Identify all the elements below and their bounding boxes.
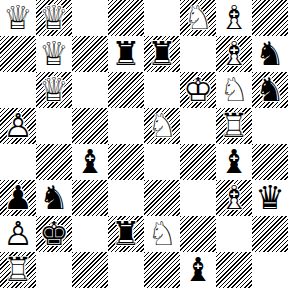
square-a1[interactable]: ♜♖ [0,252,36,288]
white-piece-outline-glyph: ♕ [36,36,72,72]
square-e3[interactable] [144,180,180,216]
square-c6[interactable] [72,72,108,108]
square-a6[interactable] [0,72,36,108]
square-b2[interactable]: ♚ [36,216,72,252]
square-f5[interactable] [180,108,216,144]
piece-g7-white-bishop: ♝♗ [216,36,252,72]
black-piece-glyph: ♟ [0,180,36,216]
white-piece-outline-glyph: ♗ [216,180,252,216]
piece-f1-black-bishop: ♝ [180,252,216,288]
square-d3[interactable] [108,180,144,216]
square-e4[interactable] [144,144,180,180]
piece-b6-white-queen: ♛♕ [36,72,72,108]
square-h4[interactable] [252,144,288,180]
piece-f6-white-king: ♚♔ [180,72,216,108]
black-piece-glyph: ♞ [36,180,72,216]
square-e8[interactable] [144,0,180,36]
square-e1[interactable] [144,252,180,288]
black-piece-glyph: ♚ [36,216,72,252]
white-piece-outline-glyph: ♗ [216,36,252,72]
chess-board: ♛♕♛♕♞♘♝♗♛♕♜♜♝♗♞♛♕♚♔♞♘♞♟♙♞♘♜♖♝♝♟♞♝♗♛♟♙♚♜♞… [0,0,288,288]
square-d7[interactable]: ♜ [108,36,144,72]
square-f2[interactable] [180,216,216,252]
square-h5[interactable] [252,108,288,144]
white-piece-outline-glyph: ♘ [216,72,252,108]
square-f1[interactable]: ♝ [180,252,216,288]
white-piece-outline-glyph: ♙ [0,108,36,144]
square-b5[interactable] [36,108,72,144]
piece-a3-black-pawn: ♟ [0,180,36,216]
square-b8[interactable]: ♛♕ [36,0,72,36]
square-g6[interactable]: ♞♘ [216,72,252,108]
square-a2[interactable]: ♟♙ [0,216,36,252]
square-e7[interactable]: ♜ [144,36,180,72]
square-e2[interactable]: ♞♘ [144,216,180,252]
square-g8[interactable]: ♝♗ [216,0,252,36]
black-piece-glyph: ♞ [252,72,288,108]
square-a8[interactable]: ♛♕ [0,0,36,36]
square-g4[interactable]: ♝ [216,144,252,180]
piece-d2-black-rook: ♜ [108,216,144,252]
black-piece-glyph: ♜ [108,216,144,252]
square-g7[interactable]: ♝♗ [216,36,252,72]
square-b7[interactable]: ♛♕ [36,36,72,72]
black-piece-glyph: ♝ [180,252,216,288]
square-c8[interactable] [72,0,108,36]
square-h6[interactable]: ♞ [252,72,288,108]
square-g5[interactable]: ♜♖ [216,108,252,144]
square-d4[interactable] [108,144,144,180]
black-piece-glyph: ♝ [216,144,252,180]
square-c3[interactable] [72,180,108,216]
square-h2[interactable] [252,216,288,252]
white-piece-outline-glyph: ♔ [180,72,216,108]
square-g3[interactable]: ♝♗ [216,180,252,216]
square-c4[interactable]: ♝ [72,144,108,180]
square-b6[interactable]: ♛♕ [36,72,72,108]
piece-g6-white-knight: ♞♘ [216,72,252,108]
square-a4[interactable] [0,144,36,180]
square-a5[interactable]: ♟♙ [0,108,36,144]
square-e6[interactable] [144,72,180,108]
square-c5[interactable] [72,108,108,144]
square-a3[interactable]: ♟ [0,180,36,216]
piece-f8-white-knight: ♞♘ [180,0,216,36]
square-b3[interactable]: ♞ [36,180,72,216]
square-b1[interactable] [36,252,72,288]
piece-h6-black-knight: ♞ [252,72,288,108]
square-h3[interactable]: ♛ [252,180,288,216]
square-d2[interactable]: ♜ [108,216,144,252]
piece-a8-white-queen: ♛♕ [0,0,36,36]
black-piece-glyph: ♝ [72,144,108,180]
black-piece-glyph: ♜ [108,36,144,72]
square-e5[interactable]: ♞♘ [144,108,180,144]
piece-e5-white-knight: ♞♘ [144,108,180,144]
square-f7[interactable] [180,36,216,72]
square-f6[interactable]: ♚♔ [180,72,216,108]
piece-c4-black-bishop: ♝ [72,144,108,180]
piece-b7-white-queen: ♛♕ [36,36,72,72]
square-h8[interactable] [252,0,288,36]
square-d8[interactable] [108,0,144,36]
white-piece-outline-glyph: ♘ [144,108,180,144]
piece-a2-white-pawn: ♟♙ [0,216,36,252]
square-f8[interactable]: ♞♘ [180,0,216,36]
piece-e2-white-knight: ♞♘ [144,216,180,252]
piece-b8-white-queen: ♛♕ [36,0,72,36]
square-d1[interactable] [108,252,144,288]
square-d5[interactable] [108,108,144,144]
white-piece-outline-glyph: ♖ [216,108,252,144]
white-piece-outline-glyph: ♘ [144,216,180,252]
piece-e7-black-rook: ♜ [144,36,180,72]
piece-b2-black-king: ♚ [36,216,72,252]
black-piece-glyph: ♞ [252,36,288,72]
white-piece-outline-glyph: ♘ [180,0,216,36]
white-piece-outline-glyph: ♙ [0,216,36,252]
white-piece-outline-glyph: ♗ [216,0,252,36]
piece-a5-white-pawn: ♟♙ [0,108,36,144]
square-c1[interactable] [72,252,108,288]
white-piece-outline-glyph: ♕ [0,0,36,36]
piece-h3-black-queen: ♛ [252,180,288,216]
square-a7[interactable] [0,36,36,72]
piece-g4-black-bishop: ♝ [216,144,252,180]
square-h7[interactable]: ♞ [252,36,288,72]
white-piece-outline-glyph: ♕ [36,0,72,36]
piece-g5-white-rook: ♜♖ [216,108,252,144]
piece-a1-white-rook: ♜♖ [0,252,36,288]
square-g1[interactable] [216,252,252,288]
piece-g3-white-bishop: ♝♗ [216,180,252,216]
square-g2[interactable] [216,216,252,252]
square-f3[interactable] [180,180,216,216]
piece-d7-black-rook: ♜ [108,36,144,72]
white-piece-outline-glyph: ♖ [0,252,36,288]
square-c2[interactable] [72,216,108,252]
white-piece-outline-glyph: ♕ [36,72,72,108]
piece-g8-white-bishop: ♝♗ [216,0,252,36]
square-f4[interactable] [180,144,216,180]
black-piece-glyph: ♛ [252,180,288,216]
piece-b3-black-knight: ♞ [36,180,72,216]
square-d6[interactable] [108,72,144,108]
piece-h7-black-knight: ♞ [252,36,288,72]
black-piece-glyph: ♜ [144,36,180,72]
square-c7[interactable] [72,36,108,72]
square-b4[interactable] [36,144,72,180]
square-h1[interactable] [252,252,288,288]
